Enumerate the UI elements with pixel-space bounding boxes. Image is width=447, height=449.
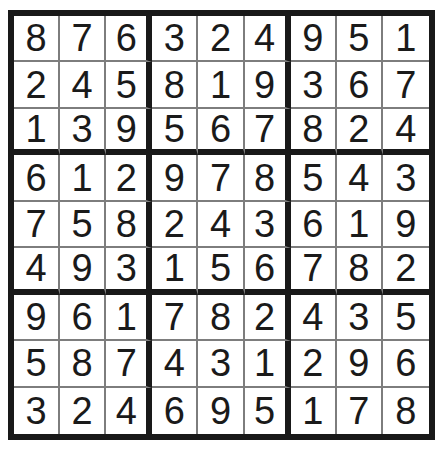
sudoku-cell: 2 bbox=[291, 341, 337, 387]
sudoku-cell: 3 bbox=[106, 248, 152, 294]
sudoku-cell: 9 bbox=[291, 16, 337, 62]
sudoku-cell: 4 bbox=[14, 248, 60, 294]
sudoku-cell: 3 bbox=[337, 295, 383, 341]
sudoku-cell: 8 bbox=[152, 62, 198, 108]
sudoku-cell: 7 bbox=[291, 248, 337, 294]
sudoku-cell: 5 bbox=[383, 295, 429, 341]
sudoku-cell: 1 bbox=[14, 109, 60, 155]
sudoku-cell: 7 bbox=[383, 62, 429, 108]
sudoku-cell: 6 bbox=[106, 16, 152, 62]
sudoku-cell: 6 bbox=[245, 248, 291, 294]
sudoku-cell: 5 bbox=[291, 155, 337, 201]
sudoku-cell: 1 bbox=[60, 155, 106, 201]
sudoku-cell: 8 bbox=[14, 16, 60, 62]
sudoku-cell: 8 bbox=[198, 295, 244, 341]
sudoku-cell: 4 bbox=[337, 155, 383, 201]
sudoku-cell: 7 bbox=[337, 388, 383, 434]
sudoku-cell: 9 bbox=[383, 202, 429, 248]
sudoku-cell: 5 bbox=[60, 202, 106, 248]
sudoku-cell: 6 bbox=[383, 341, 429, 387]
sudoku-cell: 4 bbox=[60, 62, 106, 108]
sudoku-cell: 6 bbox=[14, 155, 60, 201]
sudoku-cell: 8 bbox=[291, 109, 337, 155]
sudoku-grid: 8763249512458193671395678246129785437582… bbox=[14, 16, 429, 434]
sudoku-cell: 7 bbox=[60, 16, 106, 62]
sudoku-cell: 7 bbox=[198, 155, 244, 201]
sudoku-cell: 4 bbox=[198, 202, 244, 248]
sudoku-cell: 8 bbox=[106, 202, 152, 248]
sudoku-cell: 9 bbox=[60, 248, 106, 294]
sudoku-cell: 3 bbox=[245, 202, 291, 248]
sudoku-cell: 9 bbox=[106, 109, 152, 155]
sudoku-cell: 1 bbox=[337, 202, 383, 248]
sudoku-cell: 6 bbox=[337, 62, 383, 108]
sudoku-cell: 7 bbox=[245, 109, 291, 155]
sudoku-cell: 2 bbox=[60, 388, 106, 434]
sudoku-cell: 7 bbox=[14, 202, 60, 248]
sudoku-cell: 3 bbox=[152, 16, 198, 62]
sudoku-cell: 3 bbox=[14, 388, 60, 434]
sudoku-cell: 2 bbox=[198, 16, 244, 62]
sudoku-cell: 2 bbox=[152, 202, 198, 248]
sudoku-cell: 9 bbox=[14, 295, 60, 341]
sudoku-cell: 2 bbox=[14, 62, 60, 108]
sudoku-cell: 3 bbox=[291, 62, 337, 108]
sudoku-cell: 1 bbox=[198, 62, 244, 108]
sudoku-board: 8763249512458193671395678246129785437582… bbox=[8, 10, 435, 440]
sudoku-cell: 1 bbox=[291, 388, 337, 434]
sudoku-cell: 2 bbox=[337, 109, 383, 155]
sudoku-cell: 8 bbox=[383, 388, 429, 434]
sudoku-cell: 3 bbox=[60, 109, 106, 155]
sudoku-cell: 1 bbox=[106, 295, 152, 341]
sudoku-cell: 6 bbox=[291, 202, 337, 248]
sudoku-cell: 9 bbox=[152, 155, 198, 201]
sudoku-cell: 5 bbox=[152, 109, 198, 155]
sudoku-cell: 4 bbox=[383, 109, 429, 155]
sudoku-cell: 7 bbox=[152, 295, 198, 341]
sudoku-cell: 8 bbox=[337, 248, 383, 294]
sudoku-cell: 9 bbox=[337, 341, 383, 387]
sudoku-cell: 8 bbox=[60, 341, 106, 387]
sudoku-cell: 7 bbox=[106, 341, 152, 387]
sudoku-cell: 1 bbox=[383, 16, 429, 62]
sudoku-cell: 2 bbox=[383, 248, 429, 294]
sudoku-cell: 1 bbox=[152, 248, 198, 294]
sudoku-cell: 4 bbox=[245, 16, 291, 62]
sudoku-cell: 3 bbox=[383, 155, 429, 201]
sudoku-cell: 9 bbox=[245, 62, 291, 108]
sudoku-cell: 2 bbox=[106, 155, 152, 201]
sudoku-cell: 5 bbox=[14, 341, 60, 387]
sudoku-cell: 3 bbox=[198, 341, 244, 387]
sudoku-cell: 4 bbox=[106, 388, 152, 434]
sudoku-cell: 6 bbox=[60, 295, 106, 341]
sudoku-cell: 6 bbox=[152, 388, 198, 434]
sudoku-cell: 5 bbox=[198, 248, 244, 294]
sudoku-cell: 5 bbox=[245, 388, 291, 434]
sudoku-cell: 6 bbox=[198, 109, 244, 155]
sudoku-cell: 5 bbox=[337, 16, 383, 62]
sudoku-cell: 4 bbox=[152, 341, 198, 387]
sudoku-cell: 8 bbox=[245, 155, 291, 201]
sudoku-cell: 2 bbox=[245, 295, 291, 341]
sudoku-cell: 9 bbox=[198, 388, 244, 434]
sudoku-cell: 1 bbox=[245, 341, 291, 387]
sudoku-cell: 4 bbox=[291, 295, 337, 341]
sudoku-cell: 5 bbox=[106, 62, 152, 108]
